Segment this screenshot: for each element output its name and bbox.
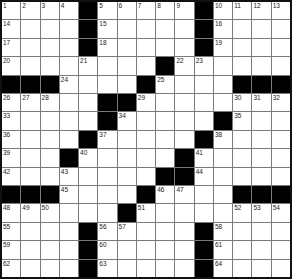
grid-cell-r2c8[interactable] (137, 20, 155, 37)
grid-cell-r4c11[interactable]: 23 (195, 57, 213, 74)
black-cell-r2c11 (195, 20, 213, 37)
grid-cell-r8c2[interactable] (21, 131, 39, 148)
grid-cell-r2c4[interactable] (60, 20, 78, 37)
black-cell-r11c1 (2, 186, 20, 203)
grid-cell-r11c7[interactable] (118, 186, 136, 203)
black-cell-r13c5 (79, 223, 97, 240)
grid-cell-r7c13[interactable]: 35 (233, 112, 251, 129)
grid-cell-r11c11[interactable] (195, 186, 213, 203)
grid-cell-r15c12[interactable]: 64 (214, 260, 232, 277)
black-cell-r7c12 (214, 112, 232, 129)
grid-cell-r1c15[interactable]: 13 (272, 2, 290, 19)
grid-cell-r15c8[interactable] (137, 260, 155, 277)
grid-cell-r6c8[interactable]: 29 (137, 94, 155, 111)
grid-cell-r12c2[interactable]: 49 (21, 204, 39, 221)
grid-cell-r8c10[interactable] (175, 131, 193, 148)
grid-cell-r2c3[interactable] (41, 20, 59, 37)
clue-number-3: 3 (42, 2, 46, 10)
grid-cell-r14c2[interactable] (21, 241, 39, 258)
clue-number-19: 19 (215, 39, 222, 47)
grid-cell-r14c1[interactable]: 59 (2, 241, 20, 258)
grid-cell-r1c14[interactable]: 12 (252, 2, 270, 19)
grid-cell-r14c12[interactable]: 61 (214, 241, 232, 258)
grid-cell-r14c8[interactable] (137, 241, 155, 258)
grid-cell-r12c9[interactable] (156, 204, 174, 221)
grid-cell-r3c2[interactable] (21, 39, 39, 56)
clue-number-48: 48 (3, 204, 10, 212)
grid-cell-r11c9[interactable]: 46 (156, 186, 174, 203)
grid-cell-r1c7[interactable]: 6 (118, 2, 136, 19)
grid-cell-r7c5[interactable] (79, 112, 97, 129)
grid-cell-r7c8[interactable] (137, 112, 155, 129)
clue-number-23: 23 (196, 57, 203, 65)
black-cell-r5c2 (21, 76, 39, 93)
grid-cell-r1c3[interactable]: 3 (41, 2, 59, 19)
grid-cell-r6c3[interactable]: 28 (41, 94, 59, 111)
grid-cell-r10c13[interactable] (233, 168, 251, 185)
grid-cell-r10c7[interactable] (118, 168, 136, 185)
grid-cell-r13c15[interactable] (272, 223, 290, 240)
grid-cell-r15c4[interactable] (60, 260, 78, 277)
grid-cell-r9c3[interactable] (41, 149, 59, 166)
grid-cell-r14c6[interactable]: 60 (98, 241, 116, 258)
grid-cell-r9c13[interactable] (233, 149, 251, 166)
black-cell-r6c6 (98, 94, 116, 111)
grid-cell-r9c2[interactable] (21, 149, 39, 166)
grid-cell-r4c12[interactable] (214, 57, 232, 74)
grid-cell-r1c2[interactable]: 2 (21, 2, 39, 19)
grid-cell-r3c10[interactable] (175, 39, 193, 56)
grid-cell-r7c1[interactable]: 33 (2, 112, 20, 129)
grid-cell-r4c4[interactable] (60, 57, 78, 74)
black-cell-r8c5 (79, 131, 97, 148)
black-cell-r9c4 (60, 149, 78, 166)
clue-number-30: 30 (234, 94, 241, 102)
clue-number-6: 6 (119, 2, 123, 10)
grid-cell-r5c11[interactable] (195, 76, 213, 93)
grid-cell-r9c6[interactable] (98, 149, 116, 166)
black-cell-r15c11 (195, 260, 213, 277)
black-cell-r11c13 (233, 186, 251, 203)
clue-number-20: 20 (3, 57, 10, 65)
grid-cell-r6c10[interactable] (175, 94, 193, 111)
clue-number-8: 8 (157, 2, 161, 10)
clue-number-53: 53 (253, 204, 260, 212)
clue-number-45: 45 (61, 186, 68, 194)
black-cell-r1c11 (195, 2, 213, 19)
black-cell-r12c7 (118, 204, 136, 221)
clue-number-17: 17 (3, 39, 10, 47)
grid-cell-r3c3[interactable] (41, 39, 59, 56)
clue-number-35: 35 (234, 112, 241, 120)
grid-cell-r8c12[interactable]: 38 (214, 131, 232, 148)
clue-number-11: 11 (234, 2, 241, 10)
black-cell-r10c9 (156, 168, 174, 185)
grid-cell-r14c10[interactable] (175, 241, 193, 258)
grid-cell-r9c5[interactable]: 40 (79, 149, 97, 166)
grid-cell-r12c14[interactable]: 53 (252, 204, 270, 221)
grid-cell-r2c12[interactable]: 16 (214, 20, 232, 37)
grid-cell-r12c4[interactable] (60, 204, 78, 221)
clue-number-32: 32 (273, 94, 280, 102)
clue-number-1: 1 (3, 2, 7, 10)
grid-cell-r12c8[interactable]: 51 (137, 204, 155, 221)
clue-number-2: 2 (22, 2, 26, 10)
black-cell-r4c9 (156, 57, 174, 74)
grid-cell-r11c10[interactable]: 47 (175, 186, 193, 203)
clue-number-29: 29 (138, 94, 145, 102)
grid-cell-r1c6[interactable]: 5 (98, 2, 116, 19)
grid-cell-r3c15[interactable] (272, 39, 290, 56)
clue-number-46: 46 (157, 186, 164, 194)
grid-cell-r10c11[interactable]: 44 (195, 168, 213, 185)
grid-cell-r2c15[interactable] (272, 20, 290, 37)
clue-number-21: 21 (80, 57, 87, 65)
grid-cell-r14c13[interactable] (233, 241, 251, 258)
black-cell-r7c6 (98, 112, 116, 129)
grid-cell-r14c9[interactable] (156, 241, 174, 258)
grid-cell-r6c9[interactable] (156, 94, 174, 111)
grid-cell-r3c9[interactable] (156, 39, 174, 56)
grid-cell-r13c6[interactable]: 56 (98, 223, 116, 240)
clue-number-55: 55 (3, 223, 10, 231)
grid-cell-r2c9[interactable] (156, 20, 174, 37)
grid-cell-r9c15[interactable] (272, 149, 290, 166)
grid-cell-r4c14[interactable] (252, 57, 270, 74)
grid-cell-r9c8[interactable] (137, 149, 155, 166)
grid-cell-r10c1[interactable]: 42 (2, 168, 20, 185)
grid-cell-r10c14[interactable] (252, 168, 270, 185)
grid-cell-r6c2[interactable]: 27 (21, 94, 39, 111)
grid-cell-r8c13[interactable] (233, 131, 251, 148)
grid-cell-r6c12[interactable] (214, 94, 232, 111)
grid-cell-r8c8[interactable] (137, 131, 155, 148)
grid-cell-r13c2[interactable] (21, 223, 39, 240)
black-cell-r14c5 (79, 241, 97, 258)
black-cell-r11c14 (252, 186, 270, 203)
grid-cell-r13c7[interactable]: 57 (118, 223, 136, 240)
grid-cell-r7c2[interactable] (21, 112, 39, 129)
grid-cell-r2c10[interactable] (175, 20, 193, 37)
grid-cell-r15c15[interactable] (272, 260, 290, 277)
grid-cell-r13c14[interactable] (252, 223, 270, 240)
grid-cell-r8c14[interactable] (252, 131, 270, 148)
clue-number-33: 33 (3, 112, 10, 120)
grid-cell-r3c12[interactable]: 19 (214, 39, 232, 56)
grid-cell-r1c13[interactable]: 11 (233, 2, 251, 19)
grid-cell-r4c3[interactable] (41, 57, 59, 74)
clue-number-28: 28 (42, 94, 49, 102)
grid-cell-r5c5[interactable] (79, 76, 97, 93)
black-cell-r11c15 (272, 186, 290, 203)
black-cell-r1c5 (79, 2, 97, 19)
grid-cell-r15c3[interactable] (41, 260, 59, 277)
clue-number-52: 52 (234, 204, 241, 212)
clue-number-7: 7 (138, 2, 142, 10)
clue-number-25: 25 (157, 76, 164, 84)
grid-cell-r9c14[interactable] (252, 149, 270, 166)
grid-cell-r7c4[interactable] (60, 112, 78, 129)
grid-cell-r12c6[interactable] (98, 204, 116, 221)
clue-number-31: 31 (253, 94, 260, 102)
grid-cell-r13c8[interactable] (137, 223, 155, 240)
grid-cell-r11c5[interactable] (79, 186, 97, 203)
clue-number-51: 51 (138, 204, 145, 212)
clue-number-60: 60 (99, 241, 106, 249)
clue-number-54: 54 (273, 204, 280, 212)
grid-cell-r3c6[interactable]: 18 (98, 39, 116, 56)
clue-number-9: 9 (176, 2, 180, 10)
grid-cell-r12c1[interactable]: 48 (2, 204, 20, 221)
grid-cell-r15c6[interactable]: 63 (98, 260, 116, 277)
grid-cell-r2c1[interactable]: 14 (2, 20, 20, 37)
grid-cell-r14c14[interactable] (252, 241, 270, 258)
grid-cell-r6c11[interactable] (195, 94, 213, 111)
grid-cell-r11c12[interactable] (214, 186, 232, 203)
clue-number-10: 10 (215, 2, 222, 10)
grid-cell-r2c14[interactable] (252, 20, 270, 37)
black-cell-r5c8 (137, 76, 155, 93)
grid-cell-r8c7[interactable] (118, 131, 136, 148)
clue-number-43: 43 (61, 168, 68, 176)
grid-cell-r7c15[interactable] (272, 112, 290, 129)
clue-number-57: 57 (119, 223, 126, 231)
black-cell-r14c11 (195, 241, 213, 258)
grid-cell-r2c2[interactable] (21, 20, 39, 37)
clue-number-14: 14 (3, 20, 10, 28)
grid-cell-r13c4[interactable] (60, 223, 78, 240)
clue-number-5: 5 (99, 2, 103, 10)
grid-cell-r1c4[interactable]: 4 (60, 2, 78, 19)
grid-cell-r1c10[interactable]: 9 (175, 2, 193, 19)
grid-cell-r13c1[interactable]: 55 (2, 223, 20, 240)
clue-number-26: 26 (3, 94, 10, 102)
grid-cell-r4c5[interactable]: 21 (79, 57, 97, 74)
grid-cell-r12c15[interactable]: 54 (272, 204, 290, 221)
grid-cell-r4c7[interactable] (118, 57, 136, 74)
black-cell-r3c5 (79, 39, 97, 56)
black-cell-r6c7 (118, 94, 136, 111)
black-cell-r11c2 (21, 186, 39, 203)
clue-number-27: 27 (22, 94, 29, 102)
grid-cell-r8c4[interactable] (60, 131, 78, 148)
grid-cell-r13c12[interactable]: 58 (214, 223, 232, 240)
black-cell-r10c10 (175, 168, 193, 185)
clue-number-16: 16 (215, 20, 222, 28)
grid-cell-r6c5[interactable] (79, 94, 97, 111)
grid-cell-r2c6[interactable]: 15 (98, 20, 116, 37)
grid-cell-r6c13[interactable]: 30 (233, 94, 251, 111)
grid-cell-r10c6[interactable] (98, 168, 116, 185)
grid-cell-r10c2[interactable] (21, 168, 39, 185)
clue-number-50: 50 (42, 204, 49, 212)
clue-number-13: 13 (273, 2, 280, 10)
clue-number-59: 59 (3, 241, 10, 249)
grid-cell-r12c10[interactable] (175, 204, 193, 221)
grid-cell-r9c1[interactable]: 39 (2, 149, 20, 166)
grid-cell-r10c12[interactable] (214, 168, 232, 185)
grid-cell-r9c12[interactable] (214, 149, 232, 166)
grid-cell-r14c4[interactable] (60, 241, 78, 258)
grid-cell-r9c7[interactable] (118, 149, 136, 166)
grid-cell-r4c6[interactable] (98, 57, 116, 74)
grid-cell-r3c7[interactable] (118, 39, 136, 56)
clue-number-47: 47 (176, 186, 183, 194)
black-cell-r11c3 (41, 186, 59, 203)
clue-number-36: 36 (3, 131, 10, 139)
grid-cell-r12c13[interactable]: 52 (233, 204, 251, 221)
clue-number-24: 24 (61, 76, 68, 84)
grid-cell-r7c3[interactable] (41, 112, 59, 129)
clue-number-63: 63 (99, 260, 106, 268)
grid-cell-r15c1[interactable]: 62 (2, 260, 20, 277)
black-cell-r15c5 (79, 260, 97, 277)
grid-cell-r5c7[interactable] (118, 76, 136, 93)
grid-cell-r15c14[interactable] (252, 260, 270, 277)
grid-cell-r5c12[interactable] (214, 76, 232, 93)
grid-cell-r2c13[interactable] (233, 20, 251, 37)
grid-cell-r3c13[interactable] (233, 39, 251, 56)
grid-cell-r4c10[interactable]: 22 (175, 57, 193, 74)
clue-number-64: 64 (215, 260, 222, 268)
grid-cell-r13c13[interactable] (233, 223, 251, 240)
grid-cell-r13c9[interactable] (156, 223, 174, 240)
grid-cell-r8c6[interactable]: 37 (98, 131, 116, 148)
clue-number-15: 15 (99, 20, 106, 28)
grid-cell-r8c1[interactable]: 36 (2, 131, 20, 148)
clue-number-18: 18 (99, 39, 106, 47)
clue-number-62: 62 (3, 260, 10, 268)
grid-cell-r7c7[interactable]: 34 (118, 112, 136, 129)
grid-cell-r5c6[interactable] (98, 76, 116, 93)
clue-number-39: 39 (3, 149, 10, 157)
clue-number-38: 38 (215, 131, 222, 139)
grid-cell-r14c15[interactable] (272, 241, 290, 258)
grid-cell-r4c15[interactable] (272, 57, 290, 74)
grid-cell-r5c9[interactable]: 25 (156, 76, 174, 93)
grid-cell-r15c2[interactable] (21, 260, 39, 277)
grid-cell-r7c11[interactable] (195, 112, 213, 129)
grid-cell-r1c8[interactable]: 7 (137, 2, 155, 19)
crossword-board: 1234567891011121314151617181920212223242… (0, 0, 292, 279)
grid-cell-r4c8[interactable] (137, 57, 155, 74)
black-cell-r5c3 (41, 76, 59, 93)
grid-cell-r6c1[interactable]: 26 (2, 94, 20, 111)
grid-cell-r10c5[interactable] (79, 168, 97, 185)
grid-cell-r2c7[interactable] (118, 20, 136, 37)
clue-number-41: 41 (196, 149, 203, 157)
grid-cell-r10c8[interactable] (137, 168, 155, 185)
grid-cell-r9c9[interactable] (156, 149, 174, 166)
grid-cell-r12c12[interactable] (214, 204, 232, 221)
grid-cell-r3c1[interactable]: 17 (2, 39, 20, 56)
black-cell-r9c10 (175, 149, 193, 166)
grid-cell-r15c9[interactable] (156, 260, 174, 277)
clue-number-4: 4 (61, 2, 65, 10)
grid-cell-r8c9[interactable] (156, 131, 174, 148)
grid-cell-r8c3[interactable] (41, 131, 59, 148)
grid-cell-r14c7[interactable] (118, 241, 136, 258)
grid-cell-r12c11[interactable] (195, 204, 213, 221)
grid-cell-r14c3[interactable] (41, 241, 59, 258)
grid-cell-r3c14[interactable] (252, 39, 270, 56)
clue-number-12: 12 (253, 2, 260, 10)
grid-cell-r15c10[interactable] (175, 260, 193, 277)
black-cell-r8c11 (195, 131, 213, 148)
grid-cell-r6c4[interactable] (60, 94, 78, 111)
grid-cell-r15c7[interactable] (118, 260, 136, 277)
grid-cell-r3c4[interactable] (60, 39, 78, 56)
grid-cell-r12c5[interactable] (79, 204, 97, 221)
clue-number-56: 56 (99, 223, 106, 231)
clue-number-34: 34 (119, 112, 126, 120)
clue-number-37: 37 (99, 131, 106, 139)
grid-cell-r13c10[interactable] (175, 223, 193, 240)
black-cell-r5c15 (272, 76, 290, 93)
grid-cell-r1c9[interactable]: 8 (156, 2, 174, 19)
grid-cell-r12c3[interactable]: 50 (41, 204, 59, 221)
black-cell-r13c11 (195, 223, 213, 240)
clue-number-44: 44 (196, 168, 203, 176)
grid-cell-r8c15[interactable] (272, 131, 290, 148)
grid-cell-r4c13[interactable] (233, 57, 251, 74)
grid-cell-r1c12[interactable]: 10 (214, 2, 232, 19)
grid-cell-r3c8[interactable] (137, 39, 155, 56)
black-cell-r3c11 (195, 39, 213, 56)
grid-cell-r11c6[interactable] (98, 186, 116, 203)
grid-cell-r13c3[interactable] (41, 223, 59, 240)
black-cell-r5c14 (252, 76, 270, 93)
grid-cell-r7c9[interactable] (156, 112, 174, 129)
clue-number-61: 61 (215, 241, 222, 249)
black-cell-r5c1 (2, 76, 20, 93)
grid-cell-r6c15[interactable]: 32 (272, 94, 290, 111)
black-cell-r11c8 (137, 186, 155, 203)
clue-number-22: 22 (176, 57, 183, 65)
clue-number-49: 49 (22, 204, 29, 212)
grid-cell-r11c4[interactable]: 45 (60, 186, 78, 203)
grid-cell-r15c13[interactable] (233, 260, 251, 277)
grid-cell-r5c4[interactable]: 24 (60, 76, 78, 93)
grid-cell-r4c1[interactable]: 20 (2, 57, 20, 74)
grid-cell-r10c3[interactable] (41, 168, 59, 185)
grid-cell-r6c14[interactable]: 31 (252, 94, 270, 111)
grid-cell-r5c10[interactable] (175, 76, 193, 93)
clue-number-42: 42 (3, 168, 10, 176)
grid-cell-r10c4[interactable]: 43 (60, 168, 78, 185)
grid-cell-r9c11[interactable]: 41 (195, 149, 213, 166)
black-cell-r2c5 (79, 20, 97, 37)
clue-number-40: 40 (80, 149, 87, 157)
grid-cell-r1c1[interactable]: 1 (2, 2, 20, 19)
grid-cell-r4c2[interactable] (21, 57, 39, 74)
grid-cell-r7c14[interactable] (252, 112, 270, 129)
grid-cell-r10c15[interactable] (272, 168, 290, 185)
clue-number-58: 58 (215, 223, 222, 231)
grid-cell-r7c10[interactable] (175, 112, 193, 129)
black-cell-r5c13 (233, 76, 251, 93)
